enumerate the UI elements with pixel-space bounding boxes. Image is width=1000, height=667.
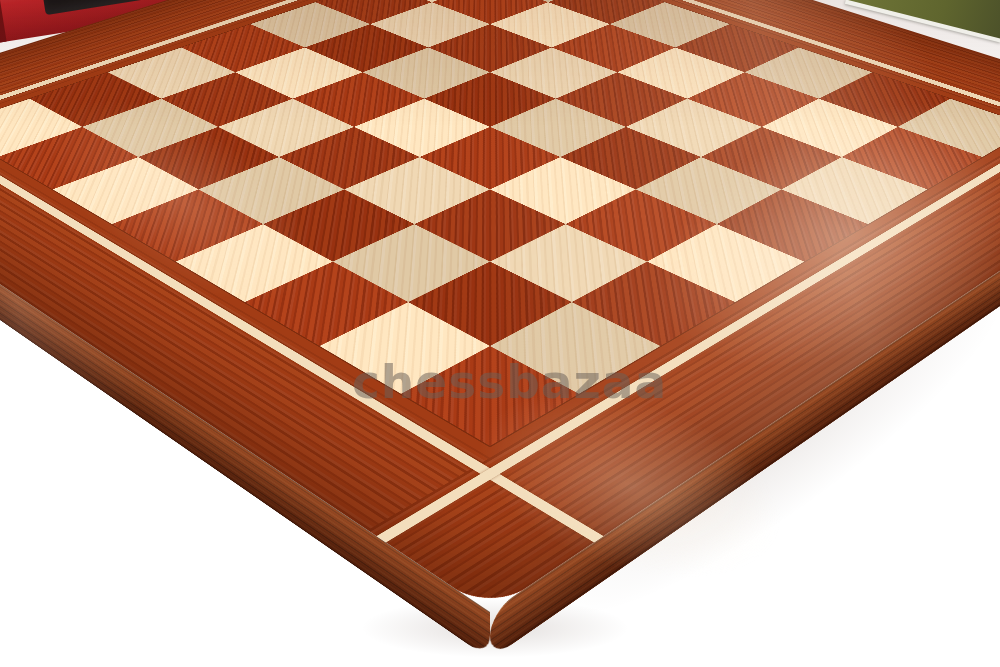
product-photo: chessbazaa (0, 0, 1000, 667)
chessboard-3d (0, 0, 1000, 612)
board-surface (0, 0, 1000, 612)
